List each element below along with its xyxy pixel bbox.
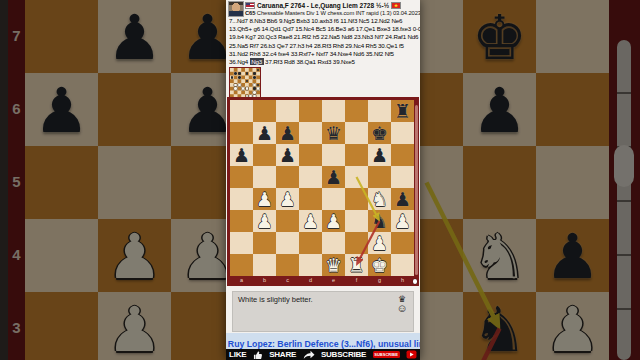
file-label: g: [368, 276, 391, 285]
notation-area[interactable]: 7...Nd7 8.Nb3 Bb6 9.Ng5 Bxb3 10.axb3 f6 …: [229, 17, 420, 66]
notation-line-current[interactable]: 36.Ng4 Ng3 37.Rf3 Rd8 38.Qa1 Rxd3 39.Nxe…: [229, 58, 420, 66]
notation-line[interactable]: 7...Nd7 8.Nb3 Bb6 9.Ng5 Bxb3 10.axb3 f6 …: [229, 17, 420, 25]
piece-white[interactable]: ♞: [368, 188, 391, 210]
thumbnail-piece: [253, 72, 256, 75]
thumbnail-piece: [253, 87, 256, 90]
king-evaluation-icon: ♛ ☺: [394, 295, 410, 314]
moves-before[interactable]: 36.Ng4: [229, 58, 250, 65]
evaluation-text: White is slightly better.: [238, 295, 313, 304]
highlighted-move[interactable]: Ng3: [250, 58, 264, 65]
smiley-face-icon: ☺: [394, 303, 410, 314]
thumbnail-piece: [257, 84, 260, 87]
notation-line[interactable]: 25.Na5 Rf7 26.b3 Qe7 27.h3 h4 28.Rf3 Rh8…: [229, 42, 420, 50]
video-frame: 7 6 5 4 3 ♟♟♛♚♟♟♟♟♟♟♞♟♟♟♟♞♟ Caruana,F 27…: [0, 0, 640, 360]
thumbnail-piece: [234, 84, 237, 87]
us-flag-icon: [245, 2, 255, 9]
piece-black[interactable]: ♟: [230, 144, 253, 166]
thumbnail-piece: [253, 84, 256, 87]
thumbnail-piece: [238, 72, 241, 75]
thumbnail-piece: [238, 84, 241, 87]
piece-black[interactable]: ♟: [253, 122, 276, 144]
event-details: Chessable Masters Div 1 W chess.com INT …: [257, 10, 420, 16]
piece-black[interactable]: ♟: [276, 144, 299, 166]
file-label: h: [391, 276, 414, 285]
players-names: Caruana,F 2764 - Le,Quang Liem 2728: [257, 2, 374, 9]
thumbnail-piece: [253, 76, 256, 79]
notation-line[interactable]: 31.Nd2 Rh8 32.c4 fxe4 33.Rxf7+ Nxf7 34.N…: [229, 50, 420, 58]
cta-bar: LIKE SHARE SUBSCRIBE SUBSCRIBE: [226, 349, 420, 360]
thumbnail-piece: [246, 87, 249, 90]
white-to-move-indicator: [413, 279, 418, 284]
like-label[interactable]: LIKE: [229, 350, 246, 359]
file-label: a: [230, 276, 253, 285]
mini-diagram-thumbnail[interactable]: [229, 67, 261, 99]
file-labels: a b c d e f g h: [230, 276, 414, 285]
event-line: C65 Chessable Masters Div 1 W chess.com …: [245, 10, 420, 16]
piece-white[interactable]: ♛: [322, 254, 345, 276]
piece-white[interactable]: ♟: [253, 210, 276, 232]
player-photo: [228, 1, 244, 17]
piece-white[interactable]: ♟: [299, 210, 322, 232]
share-arrow-icon[interactable]: [303, 350, 315, 359]
file-label: c: [276, 276, 299, 285]
thumbnail-piece: [242, 87, 245, 90]
thumbnail-piece: [234, 87, 237, 90]
file-label: b: [253, 276, 276, 285]
thumbnail-piece: [257, 69, 260, 72]
eco-code: C65: [245, 10, 255, 16]
piece-black[interactable]: ♟: [368, 144, 391, 166]
piece-white[interactable]: ♜: [345, 254, 368, 276]
subscribe-label[interactable]: SUBSCRIBE: [321, 350, 366, 359]
thumbnail-piece: [231, 76, 234, 79]
file-label: f: [345, 276, 368, 285]
game-result: ½-½: [376, 2, 389, 9]
evaluation-box: White is slightly better. ♛ ☺: [232, 291, 414, 332]
opening-name-bar: Ruy Lopez: Berlin Defence (3...Nf6), unu…: [226, 333, 420, 349]
piece-black[interactable]: ♟: [391, 188, 414, 210]
piece-white[interactable]: ♟: [368, 232, 391, 254]
thumbnail-piece: [234, 72, 237, 75]
thumbs-up-icon[interactable]: [253, 350, 263, 360]
thumbnail-piece: [253, 91, 256, 94]
game-header: Caruana,F 2764 - Le,Quang Liem 2728 ½-½ …: [245, 2, 401, 9]
board-scrollbar[interactable]: [415, 105, 418, 275]
piece-black[interactable]: ♟: [276, 122, 299, 144]
piece-white[interactable]: ♟: [322, 210, 345, 232]
chess-board[interactable]: ♜♟♟♛♚♟♟♟♟♟♟♞♟♟♟♟♞♟♟♛♜♚: [230, 100, 414, 276]
piece-white[interactable]: ♟: [391, 210, 414, 232]
share-label[interactable]: SHARE: [269, 350, 296, 359]
piece-black[interactable]: ♛: [322, 122, 345, 144]
thumbnail-piece: [246, 80, 249, 83]
analysis-panel: Caruana,F 2764 - Le,Quang Liem 2728 ½-½ …: [226, 0, 420, 360]
piece-black[interactable]: ♞: [368, 210, 391, 232]
piece-black[interactable]: ♜: [391, 100, 414, 122]
moves-after[interactable]: 37.Rf3 Rd8 38.Qa1 Rxd3 39.Nxe5: [264, 58, 355, 65]
thumbnail-piece: [238, 76, 241, 79]
youtube-icon[interactable]: [406, 350, 417, 359]
thumbnail-piece: [257, 87, 260, 90]
vn-flag-icon: ★: [391, 2, 401, 9]
thumbnail-piece: [246, 72, 249, 75]
piece-white[interactable]: ♟: [276, 188, 299, 210]
file-label: d: [299, 276, 322, 285]
piece-black[interactable]: ♚: [368, 122, 391, 144]
piece-white[interactable]: ♚: [368, 254, 391, 276]
board-frame: ♜♟♟♛♚♟♟♟♟♟♟♞♟♟♟♟♞♟♟♛♜♚ a b c d e f g h: [227, 97, 419, 286]
notation-line[interactable]: 19.b4 Kg7 20.Qc3 Rae8 21.Rf2 h5 22.Na5 N…: [229, 33, 420, 41]
piece-white[interactable]: ♟: [253, 188, 276, 210]
subscribe-button[interactable]: SUBSCRIBE: [373, 351, 400, 358]
piece-black[interactable]: ♟: [322, 166, 345, 188]
notation-line[interactable]: 13.Qh5+ g6 14.Qd1 Qd7 15.Nc4 Bc5 16.Be3 …: [229, 25, 420, 33]
file-label: e: [322, 276, 345, 285]
